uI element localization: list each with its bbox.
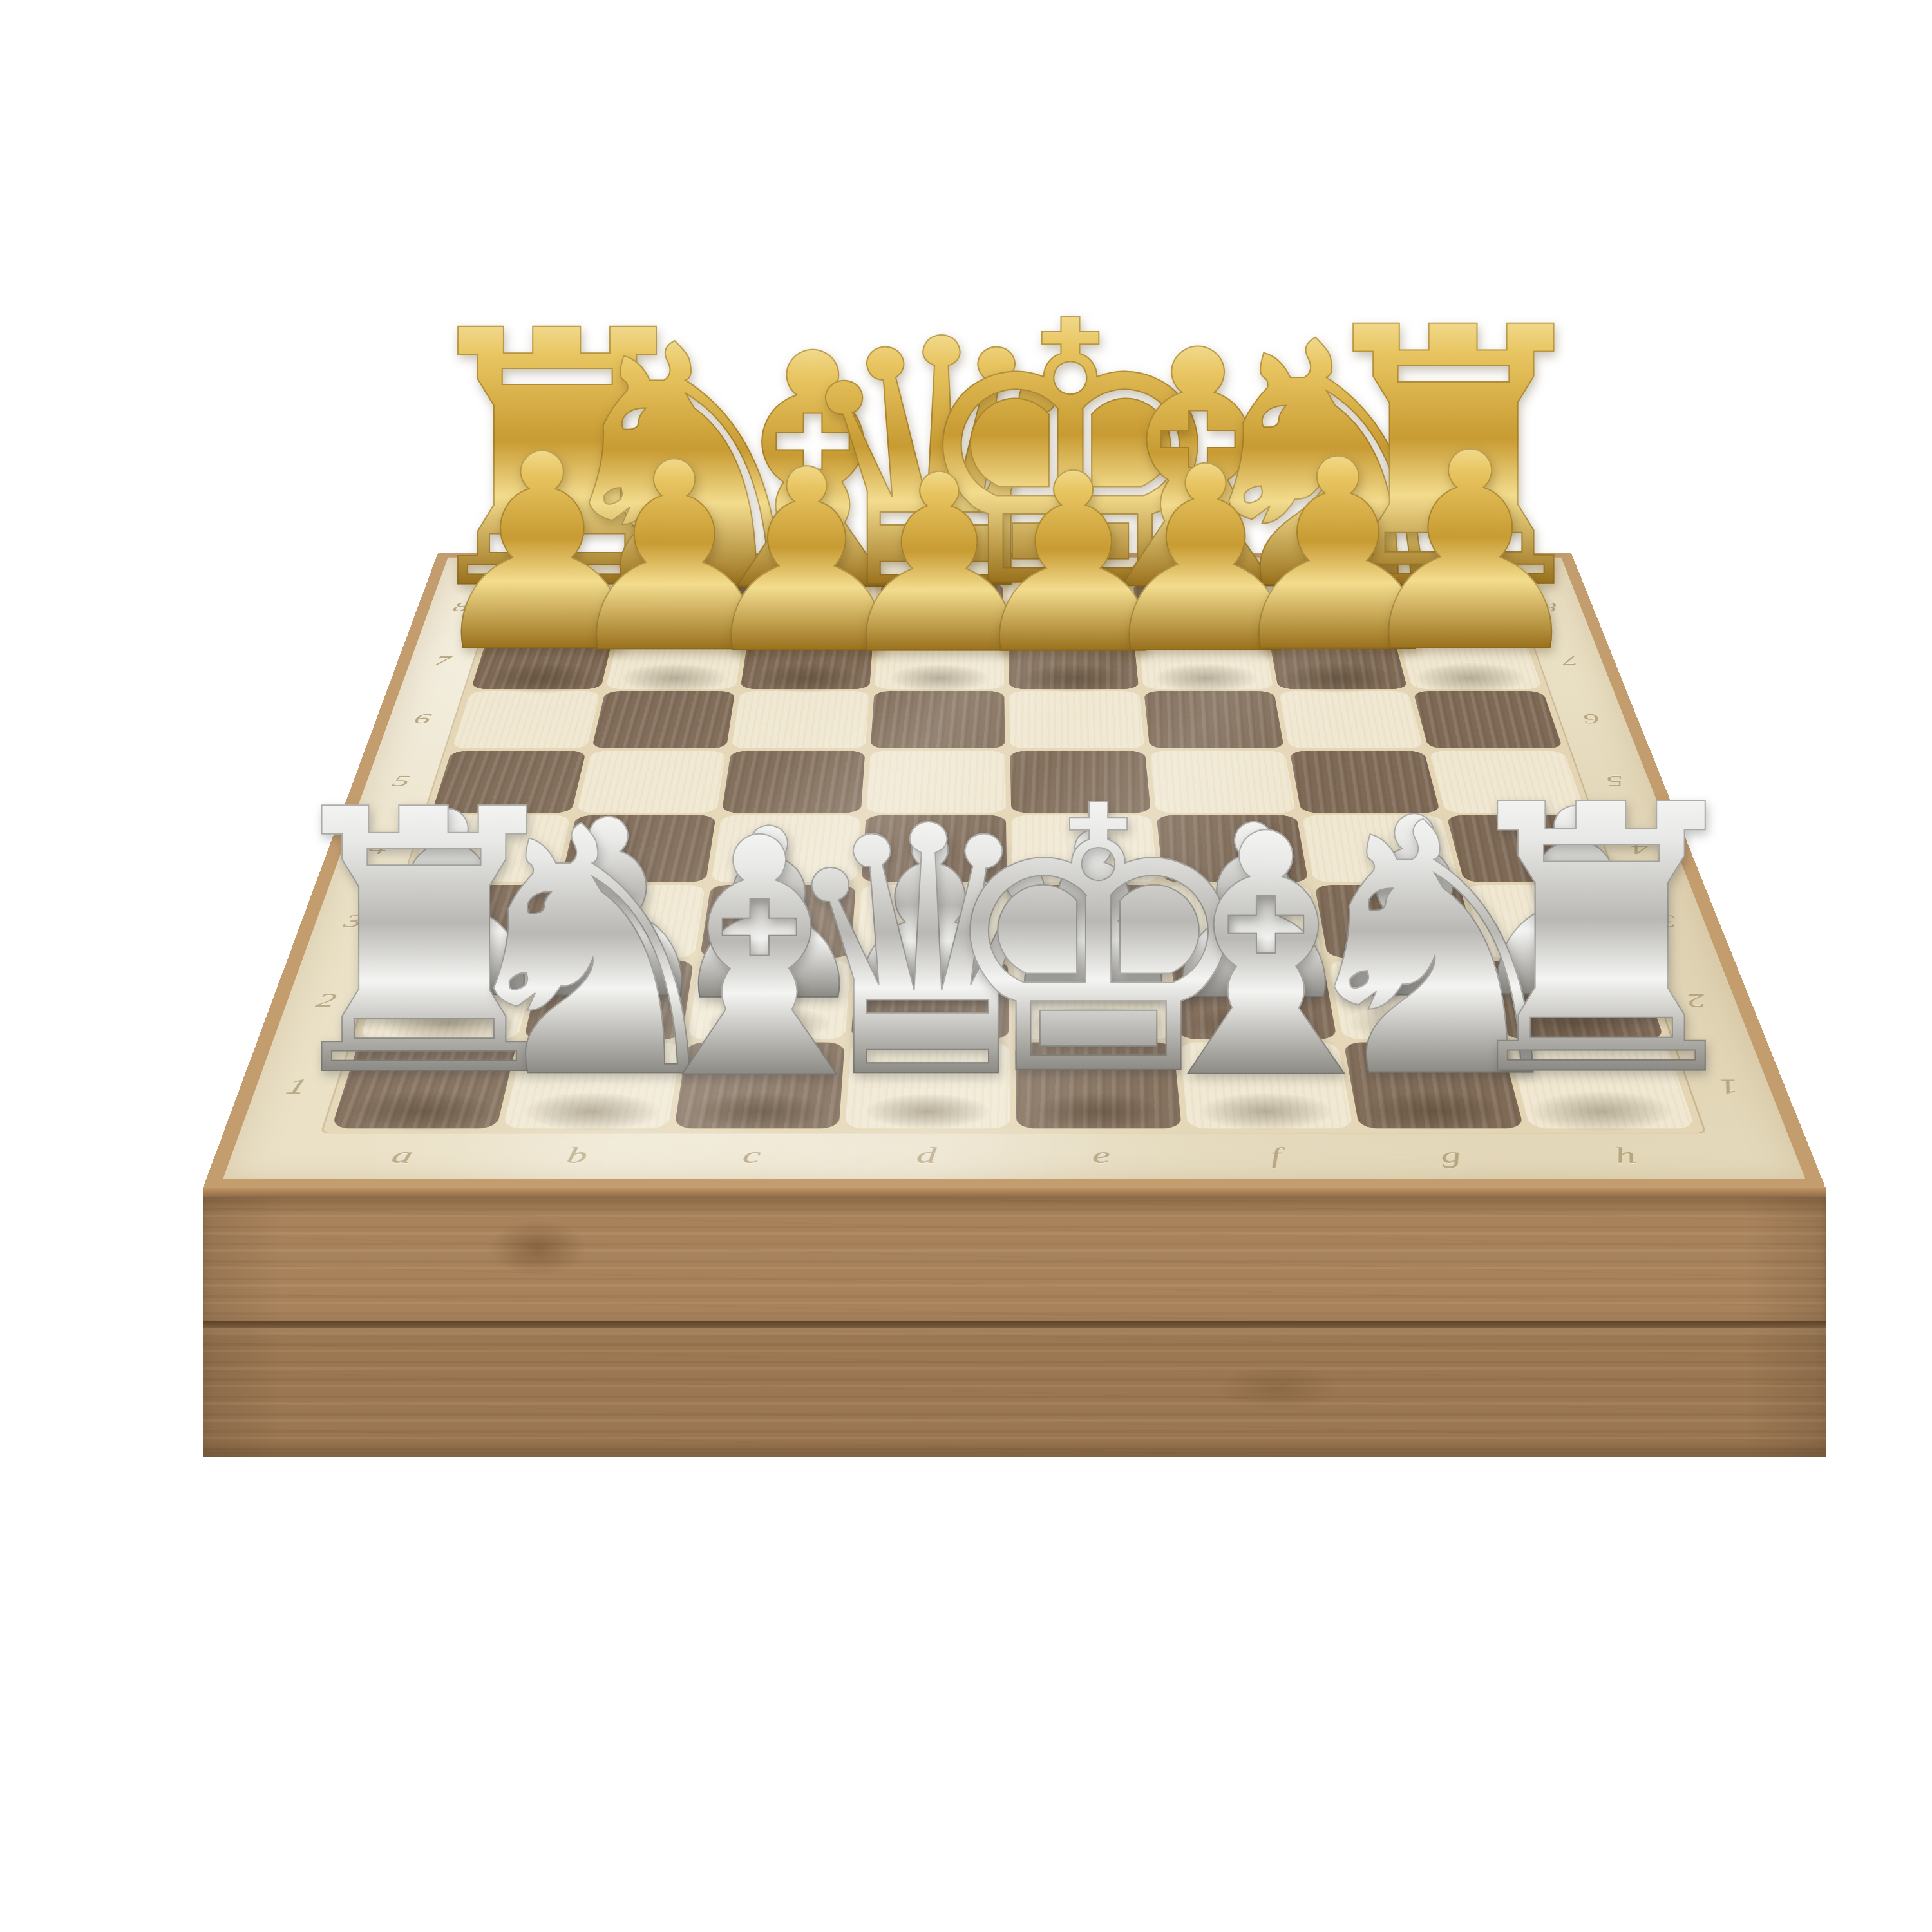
file-label-far-f: f: [1188, 563, 1197, 575]
square-e8: [1007, 583, 1133, 634]
rank-label-left-2: 2: [313, 989, 339, 1011]
wood-knot: [489, 1220, 586, 1276]
square-a1: [331, 1043, 516, 1129]
square-d6: [871, 691, 1005, 748]
square-h2: [1485, 960, 1664, 1039]
wooden-box-base-front: [203, 1328, 1826, 1457]
wooden-box-lid-front: [203, 1197, 1826, 1321]
square-d4: [862, 815, 1007, 882]
rank-label-right-8: 8: [1540, 600, 1560, 614]
board-squares-grid: [323, 581, 1705, 1132]
file-label-near-g: g: [1437, 1142, 1464, 1168]
square-e6: [1009, 691, 1144, 748]
rank-label-left-7: 7: [432, 653, 453, 668]
file-label-far-d: d: [936, 563, 949, 575]
square-b2: [524, 960, 694, 1039]
rank-label-right-4: 4: [1628, 839, 1653, 858]
file-label-near-a: a: [388, 1142, 416, 1168]
square-a2: [359, 960, 536, 1039]
square-c8: [748, 583, 877, 634]
square-a5: [431, 751, 586, 813]
square-b5: [576, 751, 726, 813]
square-c6: [731, 691, 869, 748]
square-f7: [1138, 636, 1273, 689]
rank-label-right-3: 3: [1654, 911, 1680, 932]
square-h1: [1508, 1043, 1696, 1129]
file-label-near-d: d: [916, 1142, 937, 1168]
rank-label-left-8: 8: [451, 600, 471, 614]
rank-label-left-6: 6: [412, 711, 433, 727]
square-c5: [721, 751, 865, 813]
square-f6: [1144, 691, 1284, 748]
square-f3: [1163, 885, 1321, 958]
square-e2: [1014, 960, 1173, 1039]
square-e1: [1015, 1043, 1182, 1129]
square-d7: [875, 636, 1004, 689]
square-h3: [1465, 885, 1636, 958]
square-c3: [699, 885, 856, 958]
square-c7: [740, 636, 873, 689]
square-b8: [619, 583, 752, 634]
square-d2: [851, 960, 1009, 1039]
square-h7: [1398, 636, 1542, 689]
square-f1: [1179, 1043, 1353, 1129]
square-b7: [605, 636, 743, 689]
square-f2: [1171, 960, 1336, 1039]
board-front-edge: [203, 1187, 1826, 1197]
square-a7: [471, 636, 613, 689]
square-b3: [543, 885, 705, 958]
square-g4: [1302, 815, 1459, 882]
product-photo-scene: aabbccddeeffgghh1122334455667788 ♜♞♝♛♚♝♞…: [0, 0, 1932, 1932]
square-f8: [1133, 583, 1263, 634]
square-a8: [489, 583, 626, 634]
file-label-near-h: h: [1611, 1142, 1640, 1168]
square-g7: [1268, 636, 1408, 689]
square-a4: [410, 815, 571, 882]
square-d1: [845, 1043, 1010, 1129]
file-label-far-c: c: [811, 563, 824, 575]
file-label-far-e: e: [1061, 563, 1074, 575]
rank-label-right-2: 2: [1683, 989, 1710, 1011]
rank-label-left-4: 4: [366, 839, 390, 858]
square-h8: [1384, 583, 1522, 634]
square-b4: [560, 815, 715, 882]
file-label-far-a: a: [558, 563, 574, 575]
file-label-near-b: b: [564, 1142, 589, 1168]
square-g8: [1258, 583, 1393, 634]
file-label-near-e: e: [1092, 1142, 1111, 1168]
square-h5: [1429, 751, 1586, 813]
file-label-far-g: g: [1311, 563, 1326, 575]
square-b1: [502, 1043, 681, 1129]
square-b6: [592, 691, 735, 748]
square-h6: [1413, 691, 1563, 748]
rank-label-left-3: 3: [341, 911, 366, 932]
square-d8: [878, 583, 1003, 634]
square-g2: [1328, 960, 1501, 1039]
file-label-far-b: b: [684, 563, 699, 575]
rank-label-right-6: 6: [1580, 711, 1602, 727]
square-g3: [1314, 885, 1479, 958]
file-label-near-f: f: [1269, 1142, 1283, 1168]
rank-label-right-1: 1: [1714, 1075, 1743, 1099]
square-e3: [1012, 885, 1165, 958]
square-c1: [674, 1043, 845, 1129]
chess-board: aabbccddeeffgghh1122334455667788: [203, 553, 1826, 1188]
square-e7: [1008, 636, 1139, 689]
square-e4: [1011, 815, 1157, 882]
rank-label-left-5: 5: [390, 772, 412, 790]
rank-label-left-1: 1: [283, 1075, 310, 1099]
square-d3: [857, 885, 1008, 958]
square-f4: [1156, 815, 1308, 882]
square-e5: [1010, 751, 1150, 813]
file-label-far-h: h: [1435, 563, 1451, 575]
square-a6: [452, 691, 600, 748]
square-g6: [1278, 691, 1423, 748]
square-f5: [1150, 751, 1295, 813]
square-g1: [1343, 1043, 1524, 1129]
square-g5: [1289, 751, 1440, 813]
square-d5: [866, 751, 1006, 813]
square-c4: [711, 815, 861, 882]
square-c2: [687, 960, 851, 1039]
wooden-box-seam: [203, 1321, 1826, 1328]
file-label-near-c: c: [741, 1142, 762, 1168]
square-a3: [386, 885, 554, 958]
square-h4: [1446, 815, 1609, 882]
rank-label-right-7: 7: [1560, 653, 1581, 668]
wood-knot: [1217, 1365, 1340, 1410]
rank-label-right-5: 5: [1604, 772, 1627, 790]
